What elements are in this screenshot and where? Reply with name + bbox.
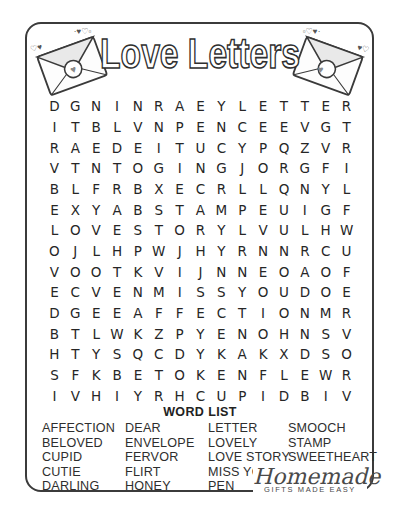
brand-logo: Homemade GIFTS MADE EASY <box>253 464 367 494</box>
grid-cell-r6c8: A <box>190 199 211 220</box>
grid-cell-r10c8: S <box>190 282 211 303</box>
word-list-column-1: AFFECTIONBELOVEDCUPIDCUTIEDARLING <box>42 421 115 494</box>
grid-cell-r12c2: T <box>65 323 86 344</box>
word-list-item: FLIRT <box>125 465 195 480</box>
word-list-item: CUTIE <box>42 465 115 480</box>
grid-cell-r15c6: R <box>148 385 169 406</box>
grid-cell-r6c9: M <box>211 199 232 220</box>
grid-cell-r3c10: Y <box>232 137 253 158</box>
grid-cell-r9c10: N <box>232 261 253 282</box>
grid-cell-r1c12: T <box>274 96 295 117</box>
grid-cell-r4c10: J <box>232 158 253 179</box>
grid-cell-r12c12: H <box>274 323 295 344</box>
grid-cell-r10c1: E <box>44 282 65 303</box>
grid-cell-r15c1: I <box>44 385 65 406</box>
grid-cell-r11c2: G <box>65 303 86 324</box>
grid-cell-r7c14: H <box>315 220 336 241</box>
grid-cell-r14c2: F <box>65 365 86 386</box>
grid-cell-r9c9: N <box>211 261 232 282</box>
word-list-item: ENVELOPE <box>125 436 195 451</box>
grid-cell-r3c14: V <box>315 137 336 158</box>
grid-cell-r9c2: O <box>65 261 86 282</box>
grid-cell-r15c2: V <box>65 385 86 406</box>
grid-cell-r1c4: I <box>107 96 128 117</box>
grid-cell-r5c10: L <box>232 179 253 200</box>
grid-cell-r8c12: N <box>274 241 295 262</box>
grid-cell-r1c13: T <box>294 96 315 117</box>
grid-cell-r11c1: D <box>44 303 65 324</box>
grid-cell-r2c1: I <box>44 117 65 138</box>
grid-cell-r10c15: E <box>336 282 357 303</box>
word-list-column-2: DEARENVELOPEFERVORFLIRTHONEY <box>125 421 195 494</box>
word-list-item: DARLING <box>42 479 115 494</box>
grid-cell-r3c1: R <box>44 137 65 158</box>
grid-cell-r9c13: A <box>294 261 315 282</box>
grid-cell-r2c6: N <box>148 117 169 138</box>
grid-cell-r13c12: X <box>274 344 295 365</box>
grid-cell-r14c11: F <box>253 365 274 386</box>
grid-cell-r5c6: X <box>148 179 169 200</box>
grid-cell-r14c1: S <box>44 365 65 386</box>
grid-cell-r11c12: O <box>274 303 295 324</box>
grid-cell-r1c7: A <box>169 96 190 117</box>
grid-cell-r5c11: L <box>253 179 274 200</box>
grid-cell-r6c6: S <box>148 199 169 220</box>
grid-cell-r4c11: O <box>253 158 274 179</box>
grid-cell-r8c1: O <box>44 241 65 262</box>
grid-cell-r15c12: D <box>274 385 295 406</box>
grid-cell-r13c5: Q <box>127 344 148 365</box>
grid-cell-r8c14: C <box>315 241 336 262</box>
grid-cell-r11c11: I <box>253 303 274 324</box>
grid-cell-r2c7: P <box>169 117 190 138</box>
grid-cell-r12c14: S <box>315 323 336 344</box>
grid-cell-r5c13: N <box>294 179 315 200</box>
grid-cell-r3c2: A <box>65 137 86 158</box>
grid-cell-r5c5: B <box>127 179 148 200</box>
grid-cell-r9c8: J <box>190 261 211 282</box>
word-list-item: STAMP <box>288 436 377 451</box>
worksheet-page: ♥ ♡♥ ·♥♡▫ ♥ ♥♡ ▫♡♥· Love Letters DGNINRA… <box>0 0 400 518</box>
grid-cell-r4c3: N <box>86 158 107 179</box>
grid-cell-r7c10: L <box>232 220 253 241</box>
grid-cell-r11c14: M <box>315 303 336 324</box>
grid-cell-r9c6: V <box>148 261 169 282</box>
word-list-item: CUPID <box>42 450 115 465</box>
grid-cell-r1c2: G <box>65 96 86 117</box>
grid-cell-r3c5: E <box>127 137 148 158</box>
grid-cell-r13c9: K <box>211 344 232 365</box>
grid-cell-r11c6: F <box>148 303 169 324</box>
grid-cell-r11c9: C <box>211 303 232 324</box>
grid-cell-r13c14: S <box>315 344 336 365</box>
grid-cell-r15c9: U <box>211 385 232 406</box>
grid-cell-r11c7: F <box>169 303 190 324</box>
grid-cell-r9c15: F <box>336 261 357 282</box>
grid-cell-r2c8: E <box>190 117 211 138</box>
grid-cell-r13c11: K <box>253 344 274 365</box>
grid-cell-r15c10: P <box>232 385 253 406</box>
grid-cell-r6c1: E <box>44 199 65 220</box>
grid-cell-r4c15: I <box>336 158 357 179</box>
grid-cell-r7c15: W <box>336 220 357 241</box>
grid-cell-r10c6: M <box>148 282 169 303</box>
grid-cell-r1c11: E <box>253 96 274 117</box>
grid-cell-r4c2: T <box>65 158 86 179</box>
grid-cell-r11c15: R <box>336 303 357 324</box>
grid-cell-r1c5: N <box>127 96 148 117</box>
grid-cell-r8c8: H <box>190 241 211 262</box>
grid-cell-r14c12: L <box>274 365 295 386</box>
grid-cell-r6c11: E <box>253 199 274 220</box>
grid-cell-r10c13: D <box>294 282 315 303</box>
word-list-item: LETTER <box>208 421 290 436</box>
grid-cell-r5c8: C <box>190 179 211 200</box>
grid-cell-r2c14: G <box>315 117 336 138</box>
grid-cell-r12c1: B <box>44 323 65 344</box>
grid-cell-r2c4: L <box>107 117 128 138</box>
grid-cell-r13c4: S <box>107 344 128 365</box>
grid-cell-r5c2: L <box>65 179 86 200</box>
grid-cell-r13c2: T <box>65 344 86 365</box>
grid-cell-r9c5: K <box>127 261 148 282</box>
grid-cell-r6c10: P <box>232 199 253 220</box>
grid-cell-r6c2: X <box>65 199 86 220</box>
grid-cell-r9c3: O <box>86 261 107 282</box>
grid-cell-r7c9: Y <box>211 220 232 241</box>
grid-cell-r15c8: C <box>190 385 211 406</box>
grid-cell-r15c14: I <box>315 385 336 406</box>
grid-cell-r10c11: O <box>253 282 274 303</box>
grid-cell-r10c7: I <box>169 282 190 303</box>
grid-cell-r11c3: E <box>86 303 107 324</box>
grid-cell-r11c13: N <box>294 303 315 324</box>
grid-cell-r4c9: G <box>211 158 232 179</box>
grid-cell-r7c13: L <box>294 220 315 241</box>
grid-cell-r14c3: K <box>86 365 107 386</box>
grid-cell-r10c10: Y <box>232 282 253 303</box>
grid-cell-r7c2: O <box>65 220 86 241</box>
grid-cell-r8c9: Y <box>211 241 232 262</box>
grid-cell-r2c15: T <box>336 117 357 138</box>
grid-cell-r12c7: P <box>169 323 190 344</box>
grid-cell-r12c6: Z <box>148 323 169 344</box>
grid-cell-r3c7: T <box>169 137 190 158</box>
grid-cell-r2c10: C <box>232 117 253 138</box>
grid-cell-r15c13: B <box>294 385 315 406</box>
page-title: Love Letters <box>40 33 360 75</box>
grid-cell-r7c11: V <box>253 220 274 241</box>
grid-cell-r13c15: O <box>336 344 357 365</box>
grid-cell-r1c6: R <box>148 96 169 117</box>
grid-cell-r2c2: T <box>65 117 86 138</box>
grid-cell-r11c5: A <box>127 303 148 324</box>
grid-cell-r10c5: N <box>127 282 148 303</box>
grid-cell-r10c3: V <box>86 282 107 303</box>
word-list-item: HONEY <box>125 479 195 494</box>
grid-cell-r4c12: R <box>274 158 295 179</box>
grid-cell-r5c14: Y <box>315 179 336 200</box>
grid-cell-r12c4: W <box>107 323 128 344</box>
grid-cell-r13c6: C <box>148 344 169 365</box>
grid-cell-r14c15: R <box>336 365 357 386</box>
grid-cell-r4c1: V <box>44 158 65 179</box>
grid-cell-r8c6: W <box>148 241 169 262</box>
grid-cell-r9c12: O <box>274 261 295 282</box>
grid-cell-r4c6: G <box>148 158 169 179</box>
grid-cell-r5c4: R <box>107 179 128 200</box>
grid-cell-r6c4: A <box>107 199 128 220</box>
grid-cell-r13c13: D <box>294 344 315 365</box>
grid-cell-r1c8: E <box>190 96 211 117</box>
grid-cell-r3c6: I <box>148 137 169 158</box>
grid-cell-r12c13: N <box>294 323 315 344</box>
word-list-item: DEAR <box>125 421 195 436</box>
grid-cell-r14c8: K <box>190 365 211 386</box>
grid-cell-r4c14: F <box>315 158 336 179</box>
word-list-item: LOVELY <box>208 436 290 451</box>
grid-cell-r8c5: P <box>127 241 148 262</box>
word-list-item: FERVOR <box>125 450 195 465</box>
grid-cell-r7c4: E <box>107 220 128 241</box>
grid-cell-r8c10: R <box>232 241 253 262</box>
word-search-grid: DGNINRAEYLETTERITBLVNPENCEEVGTRAEDEITUCY… <box>44 96 357 406</box>
grid-cell-r9c4: T <box>107 261 128 282</box>
grid-cell-r14c4: B <box>107 365 128 386</box>
grid-cell-r9c11: E <box>253 261 274 282</box>
grid-cell-r2c12: E <box>274 117 295 138</box>
grid-cell-r9c7: I <box>169 261 190 282</box>
grid-cell-r7c8: R <box>190 220 211 241</box>
grid-cell-r9c1: V <box>44 261 65 282</box>
grid-cell-r1c10: L <box>232 96 253 117</box>
grid-cell-r8c4: H <box>107 241 128 262</box>
grid-cell-r4c4: T <box>107 158 128 179</box>
word-list-item: SMOOCH <box>288 421 377 436</box>
grid-cell-r7c12: U <box>274 220 295 241</box>
grid-cell-r10c12: U <box>274 282 295 303</box>
grid-cell-r3c3: E <box>86 137 107 158</box>
grid-cell-r14c14: W <box>315 365 336 386</box>
grid-cell-r1c9: Y <box>211 96 232 117</box>
grid-cell-r15c11: I <box>253 385 274 406</box>
grid-cell-r4c13: G <box>294 158 315 179</box>
grid-cell-r6c14: G <box>315 199 336 220</box>
grid-cell-r15c3: H <box>86 385 107 406</box>
grid-cell-r7c5: S <box>127 220 148 241</box>
grid-cell-r12c3: L <box>86 323 107 344</box>
grid-cell-r9c14: O <box>315 261 336 282</box>
grid-cell-r8c13: R <box>294 241 315 262</box>
grid-cell-r14c10: N <box>232 365 253 386</box>
grid-cell-r2c9: N <box>211 117 232 138</box>
grid-cell-r4c7: I <box>169 158 190 179</box>
grid-cell-r15c7: H <box>169 385 190 406</box>
grid-cell-r14c9: E <box>211 365 232 386</box>
grid-cell-r7c1: L <box>44 220 65 241</box>
grid-cell-r12c9: E <box>211 323 232 344</box>
grid-cell-r12c10: N <box>232 323 253 344</box>
grid-cell-r6c15: F <box>336 199 357 220</box>
grid-cell-r13c7: D <box>169 344 190 365</box>
word-list-item: BELOVED <box>42 436 115 451</box>
grid-cell-r10c9: S <box>211 282 232 303</box>
grid-cell-r8c15: U <box>336 241 357 262</box>
grid-cell-r1c3: N <box>86 96 107 117</box>
grid-cell-r5c7: E <box>169 179 190 200</box>
grid-cell-r13c8: Y <box>190 344 211 365</box>
grid-cell-r5c12: Q <box>274 179 295 200</box>
grid-cell-r3c12: Q <box>274 137 295 158</box>
grid-cell-r5c15: L <box>336 179 357 200</box>
grid-cell-r15c4: I <box>107 385 128 406</box>
grid-cell-r15c15: V <box>336 385 357 406</box>
grid-cell-r12c5: K <box>127 323 148 344</box>
grid-cell-r2c11: E <box>253 117 274 138</box>
grid-cell-r13c3: Y <box>86 344 107 365</box>
grid-cell-r13c1: H <box>44 344 65 365</box>
grid-cell-r6c13: I <box>294 199 315 220</box>
grid-cell-r2c5: V <box>127 117 148 138</box>
grid-cell-r14c5: E <box>127 365 148 386</box>
grid-cell-r1c14: E <box>315 96 336 117</box>
grid-cell-r8c11: N <box>253 241 274 262</box>
grid-cell-r7c6: T <box>148 220 169 241</box>
word-list-heading: WORD LIST <box>0 405 400 419</box>
grid-cell-r6c3: Y <box>86 199 107 220</box>
grid-cell-r3c9: C <box>211 137 232 158</box>
brand-tagline: GIFTS MADE EASY <box>253 485 367 494</box>
grid-cell-r7c7: O <box>169 220 190 241</box>
grid-cell-r10c2: C <box>65 282 86 303</box>
grid-cell-r5c1: B <box>44 179 65 200</box>
grid-cell-r3c11: P <box>253 137 274 158</box>
word-list-item: AFFECTION <box>42 421 115 436</box>
grid-cell-r5c3: F <box>86 179 107 200</box>
grid-cell-r14c6: T <box>148 365 169 386</box>
grid-cell-r11c8: E <box>190 303 211 324</box>
grid-cell-r4c8: N <box>190 158 211 179</box>
grid-cell-r12c11: O <box>253 323 274 344</box>
grid-cell-r2c3: B <box>86 117 107 138</box>
grid-cell-r8c7: J <box>169 241 190 262</box>
word-list-item: LOVE STORY <box>208 450 290 465</box>
grid-cell-r6c12: U <box>274 199 295 220</box>
grid-cell-r8c2: J <box>65 241 86 262</box>
grid-cell-r1c15: R <box>336 96 357 117</box>
grid-cell-r10c14: O <box>315 282 336 303</box>
grid-cell-r13c10: A <box>232 344 253 365</box>
grid-cell-r3c4: D <box>107 137 128 158</box>
grid-cell-r8c3: L <box>86 241 107 262</box>
grid-cell-r10c4: E <box>107 282 128 303</box>
grid-cell-r14c13: E <box>294 365 315 386</box>
grid-cell-r7c3: V <box>86 220 107 241</box>
grid-cell-r3c13: Z <box>294 137 315 158</box>
grid-cell-r15c5: Y <box>127 385 148 406</box>
grid-cell-r11c4: E <box>107 303 128 324</box>
grid-cell-r3c8: U <box>190 137 211 158</box>
grid-cell-r5c9: R <box>211 179 232 200</box>
grid-cell-r11c10: T <box>232 303 253 324</box>
grid-cell-r2c13: V <box>294 117 315 138</box>
word-list-item: SWEETHEART <box>288 450 377 465</box>
grid-cell-r3c15: R <box>336 137 357 158</box>
grid-cell-r6c7: T <box>169 199 190 220</box>
grid-cell-r4c5: O <box>127 158 148 179</box>
grid-cell-r12c15: V <box>336 323 357 344</box>
grid-cell-r12c8: Y <box>190 323 211 344</box>
grid-cell-r14c7: O <box>169 365 190 386</box>
grid-cell-r1c1: D <box>44 96 65 117</box>
grid-cell-r6c5: B <box>127 199 148 220</box>
